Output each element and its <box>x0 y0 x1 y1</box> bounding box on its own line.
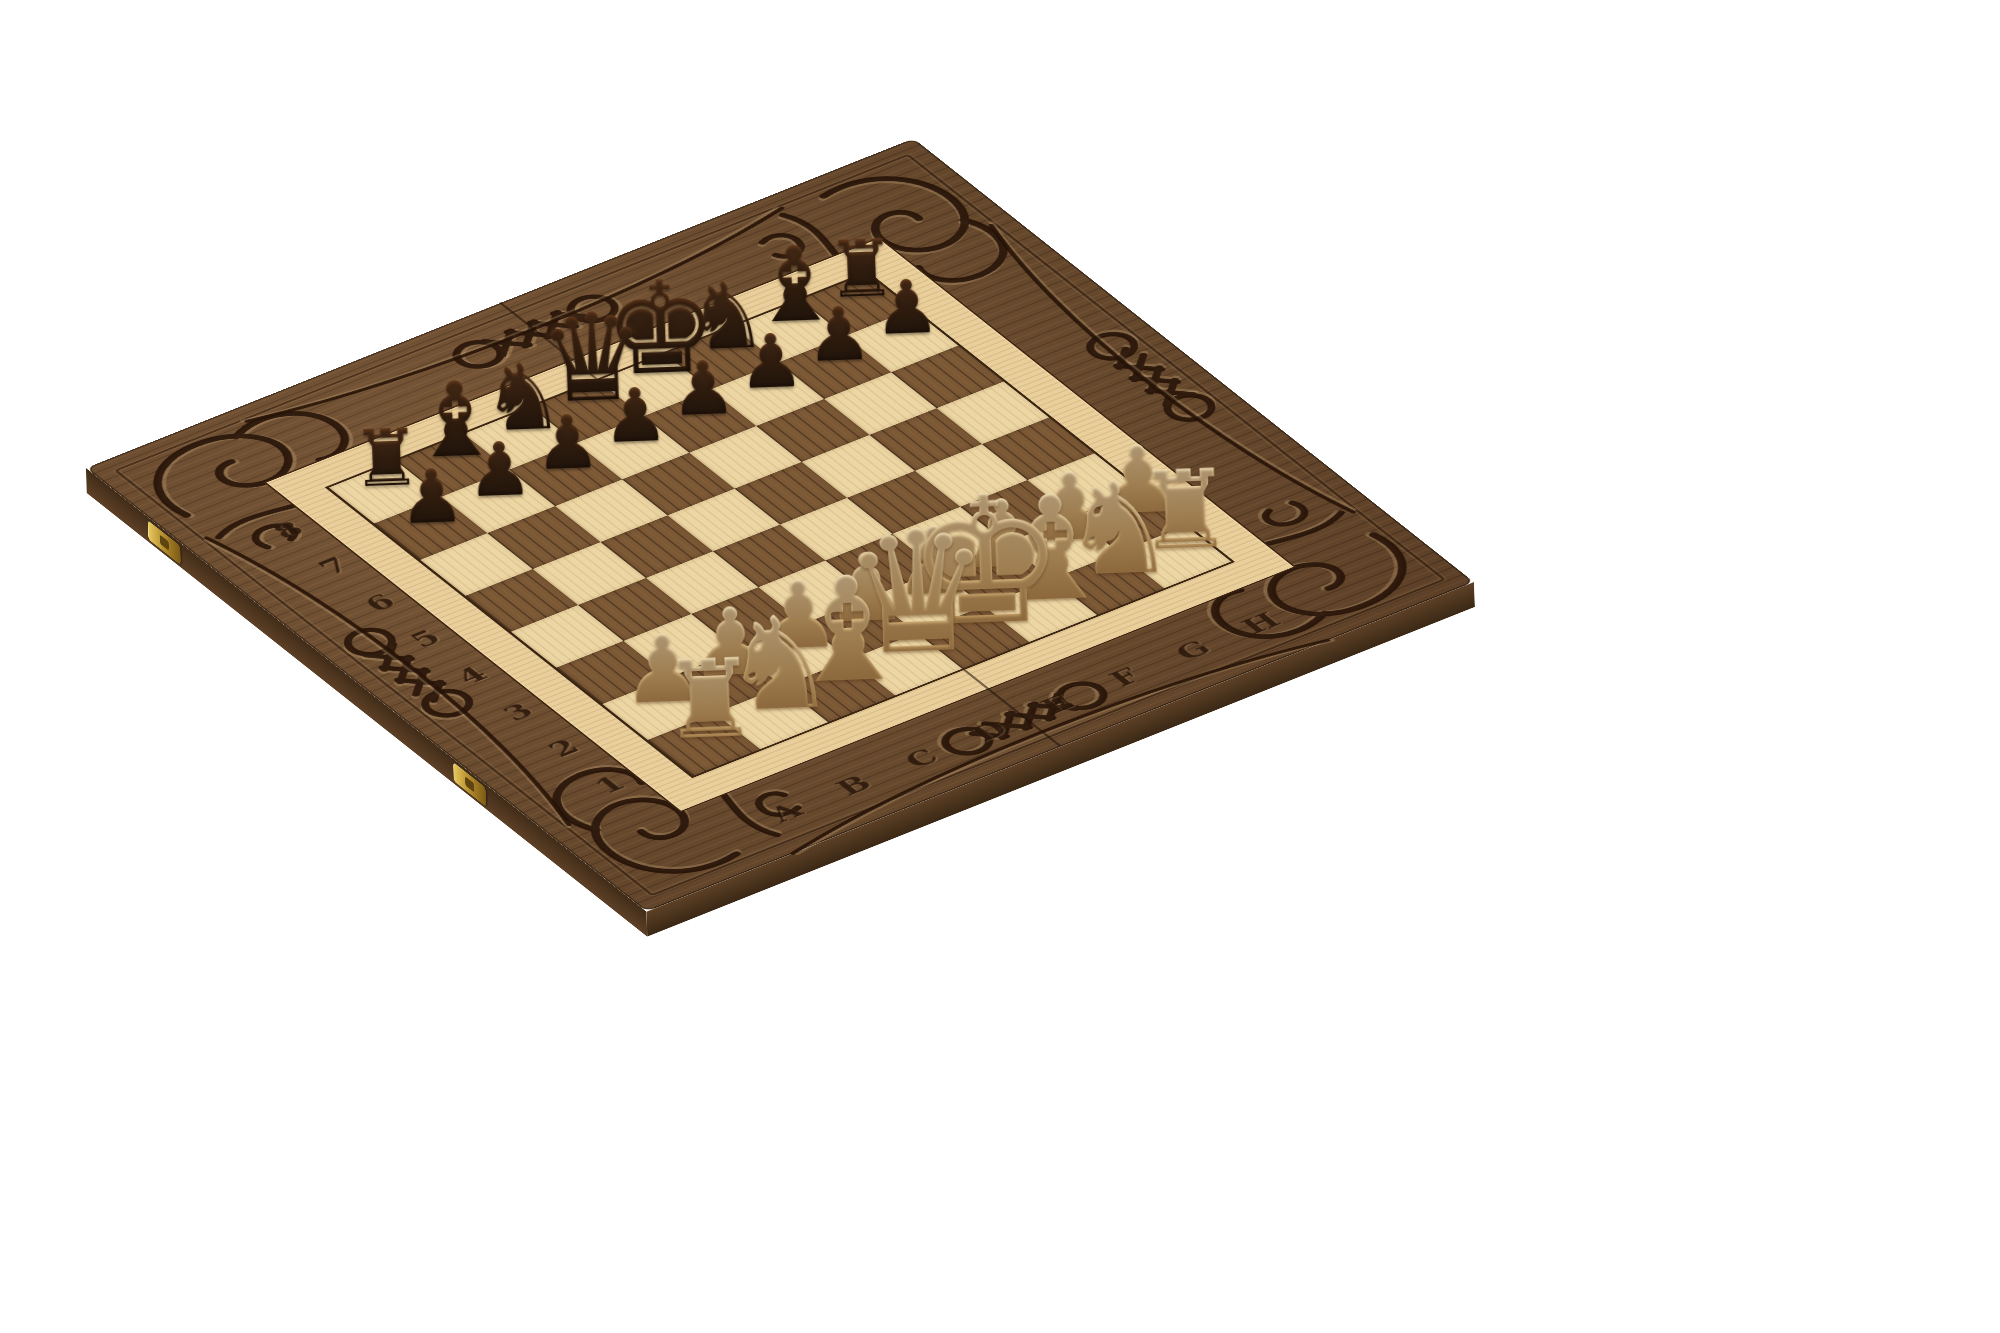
piece-white-rook-a1[interactable]: ♜ <box>608 642 812 757</box>
product-photo-scene: 12345678ABCDEFGH ♜♞♝♛♚♝♞♜♟♟♟♟♟♟♟♟♜♝♞♛♚♞♝… <box>0 0 2000 1333</box>
chess-board: 12345678ABCDEFGH ♜♞♝♛♚♝♞♜♟♟♟♟♟♟♟♟♜♝♞♛♚♞♝… <box>86 138 1474 911</box>
rank-label-8: 8 <box>259 513 317 546</box>
